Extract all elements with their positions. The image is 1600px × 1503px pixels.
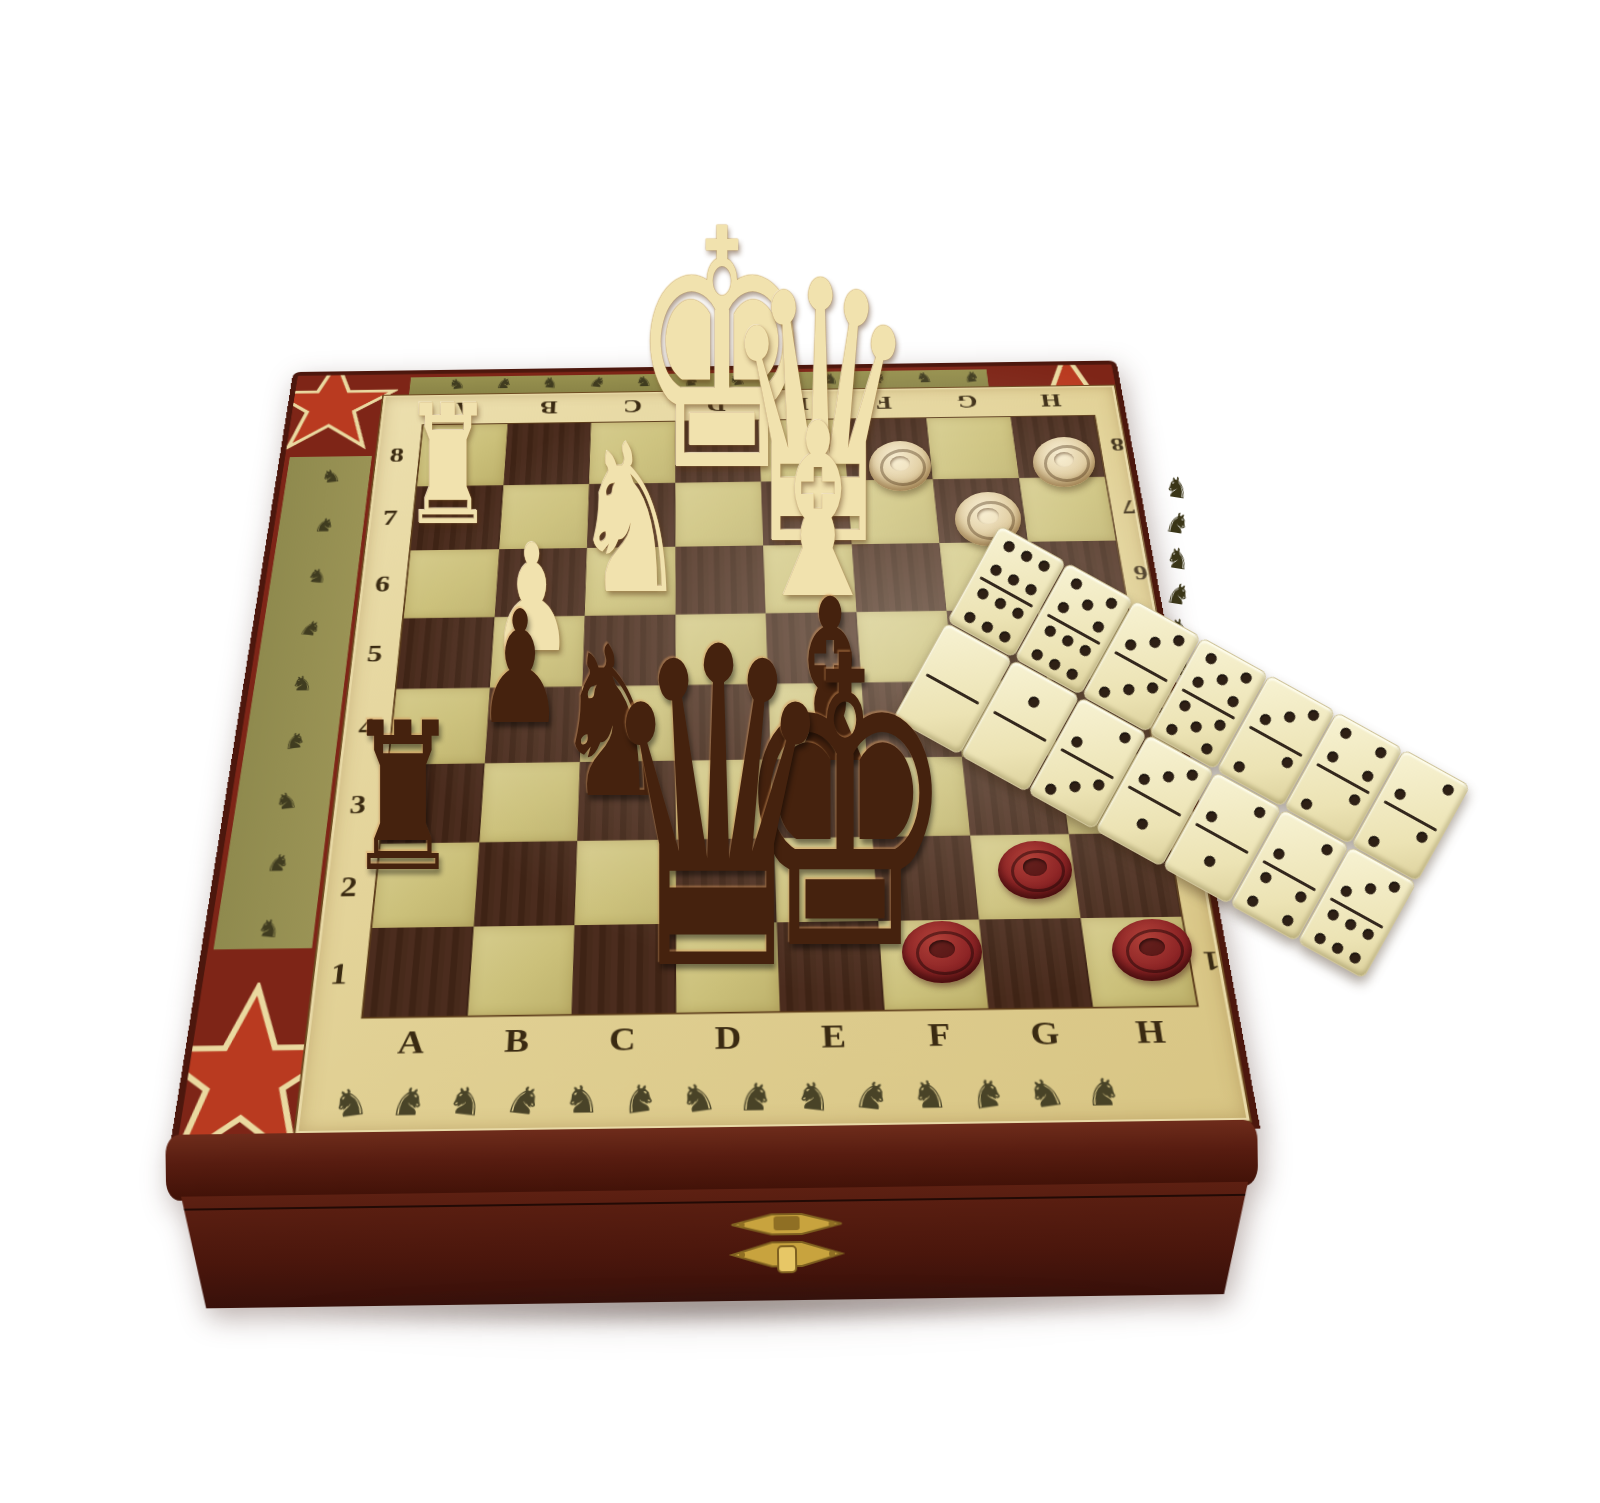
horse-rider-silhouette: ♞ xyxy=(1163,541,1193,578)
horse-rider-silhouette: ♞ xyxy=(502,1080,546,1122)
coord-label: 6 xyxy=(355,550,409,618)
horse-rider-silhouette: ♞ xyxy=(540,375,561,390)
horse-rider-silhouette: ♞ xyxy=(1022,1073,1069,1115)
horse-rider-silhouette: ♞ xyxy=(563,1081,601,1119)
square-b2[interactable] xyxy=(473,841,577,926)
horse-rider-silhouette: ♞ xyxy=(851,1075,892,1116)
horse-rider-silhouette: ♞ xyxy=(1162,505,1192,542)
horse-rider-silhouette: ♞ xyxy=(296,618,324,639)
checker-dimple xyxy=(1023,858,1047,875)
coord-label: G xyxy=(989,1008,1100,1058)
light-checker-h8[interactable] xyxy=(1033,437,1095,487)
horse-rider-silhouette: ♞ xyxy=(793,1076,834,1117)
horse-rider-silhouette: ♞ xyxy=(965,1073,1011,1115)
horse-rider-silhouette: ♞ xyxy=(388,1083,428,1121)
horse-rider-silhouette: ♞ xyxy=(619,1078,661,1120)
coord-label: H xyxy=(1007,385,1095,416)
horse-rider-silhouette: ♞ xyxy=(587,374,608,389)
coord-label: B xyxy=(462,1016,570,1066)
light-rook-a7[interactable]: ♜ xyxy=(402,384,494,549)
square-b1[interactable] xyxy=(467,925,574,1016)
horse-rider-silhouette: ♞ xyxy=(676,1077,719,1119)
checker-dimple xyxy=(977,508,998,524)
horse-rider-silhouette: ♞ xyxy=(312,516,336,534)
product-photo: ABCDEFGH ABCDEFGH 87654321 87654321 ♞♞♞♞… xyxy=(0,0,1600,1503)
horse-rider-silhouette: ♞ xyxy=(1162,470,1192,507)
horse-rider-silhouette: ♞ xyxy=(253,916,285,942)
dark-queen-d1[interactable]: ♛ xyxy=(596,592,841,1032)
horse-rider-silhouette: ♞ xyxy=(494,376,513,390)
square-g8[interactable] xyxy=(926,417,1018,479)
square-g1[interactable] xyxy=(979,918,1093,1008)
horse-rider-silhouette: ♞ xyxy=(909,1076,949,1114)
checker-dimple xyxy=(1139,938,1165,957)
brass-clasp[interactable] xyxy=(711,1205,862,1287)
horse-rider-silhouette: ♞ xyxy=(264,852,292,875)
horse-rider-silhouette: ♞ xyxy=(737,1079,775,1117)
coord-label: H xyxy=(1094,1007,1207,1057)
horse-rider-silhouette: ♞ xyxy=(960,369,982,385)
checker-dimple xyxy=(1054,452,1074,467)
horse-rider-silhouette: ♞ xyxy=(444,1081,489,1123)
coord-label: G xyxy=(924,386,1011,417)
square-a1[interactable] xyxy=(363,926,473,1017)
coord-label: 1 xyxy=(307,929,370,1019)
red-checker-h1[interactable] xyxy=(1112,919,1192,981)
horse-rider-silhouette: ♞ xyxy=(1082,1074,1124,1112)
horse-rider-silhouette: ♞ xyxy=(274,789,299,814)
horse-rider-silhouette: ♞ xyxy=(1163,576,1193,613)
horse-rider-silhouette: ♞ xyxy=(303,566,330,586)
horse-rider-silhouette: ♞ xyxy=(282,729,306,753)
horse-rider-silhouette: ♞ xyxy=(320,467,342,486)
dark-rook-a2[interactable]: ♜ xyxy=(346,696,460,901)
horse-rider-silhouette: ♞ xyxy=(289,673,315,693)
coord-label: A xyxy=(356,1017,466,1067)
dark-pawn-b4[interactable]: ♟ xyxy=(477,590,564,746)
red-checker-g2[interactable] xyxy=(998,841,1072,899)
horse-rider-silhouette: ♞ xyxy=(331,1082,370,1124)
